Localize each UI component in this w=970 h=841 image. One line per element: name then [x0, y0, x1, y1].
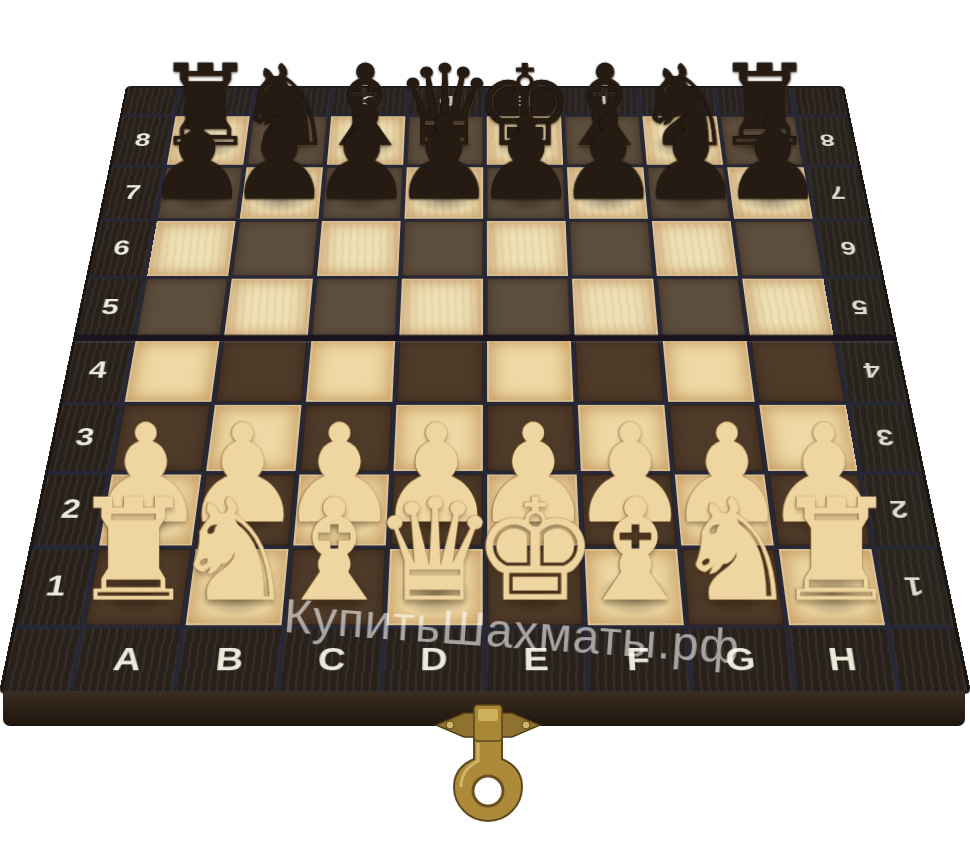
square-f4[interactable]: [575, 340, 664, 402]
file-label-bottom-b: B: [177, 629, 281, 691]
file-label-bottom-a: A: [73, 629, 180, 691]
board-corner: [3, 629, 80, 691]
square-g5[interactable]: [657, 279, 746, 337]
square-a5[interactable]: [136, 279, 228, 337]
square-b6[interactable]: [232, 221, 318, 276]
square-e6[interactable]: [487, 221, 568, 276]
square-h1[interactable]: ♜: [779, 549, 885, 625]
piece-black-pawn-h7[interactable]: ♟: [703, 100, 843, 216]
board-fold-hinge: [76, 335, 895, 341]
photo-scene: ABCDEFGH8♜♞♝♛♚♝♞♜87♟♟♟♟♟♟♟♟7665544332♟♟♟…: [0, 0, 970, 841]
square-h7[interactable]: ♟: [727, 167, 813, 218]
square-h4[interactable]: [750, 340, 845, 402]
rank-label-left-6: 6: [89, 221, 153, 276]
square-d6[interactable]: [402, 221, 483, 276]
rank-label-left-4: 4: [63, 340, 132, 402]
file-label-bottom-g: G: [689, 629, 793, 691]
square-h5[interactable]: [742, 279, 834, 337]
square-c5[interactable]: [312, 279, 398, 337]
square-e4[interactable]: [487, 340, 574, 402]
square-c6[interactable]: [317, 221, 401, 276]
file-label-bottom-e: E: [487, 629, 586, 691]
square-e5[interactable]: [487, 279, 571, 337]
square-a6[interactable]: [147, 221, 235, 276]
square-b4[interactable]: [215, 340, 307, 402]
file-label-bottom-f: F: [588, 629, 690, 691]
square-g4[interactable]: [663, 340, 755, 402]
square-b5[interactable]: [224, 279, 313, 337]
file-label-bottom-d: D: [384, 629, 483, 691]
rank-label-right-5: 5: [827, 279, 893, 337]
square-d4[interactable]: [396, 340, 483, 402]
square-h6[interactable]: [734, 221, 822, 276]
square-f6[interactable]: [569, 221, 653, 276]
square-g6[interactable]: [652, 221, 738, 276]
square-a4[interactable]: [125, 340, 220, 402]
rank-label-left-5: 5: [76, 279, 142, 337]
file-label-bottom-h: H: [790, 629, 897, 691]
square-f5[interactable]: [572, 279, 658, 337]
square-d5[interactable]: [399, 279, 483, 337]
clasp-latch-icon: [430, 703, 546, 841]
file-label-bottom-c: C: [280, 629, 382, 691]
square-c4[interactable]: [306, 340, 395, 402]
piece-white-rook-h1[interactable]: ♜: [751, 480, 922, 621]
board-corner: [890, 629, 967, 691]
chess-board: ABCDEFGH8♜♞♝♛♚♝♞♜87♟♟♟♟♟♟♟♟7665544332♟♟♟…: [3, 88, 968, 691]
rank-label-right-4: 4: [838, 340, 907, 402]
rank-label-right-6: 6: [817, 221, 881, 276]
